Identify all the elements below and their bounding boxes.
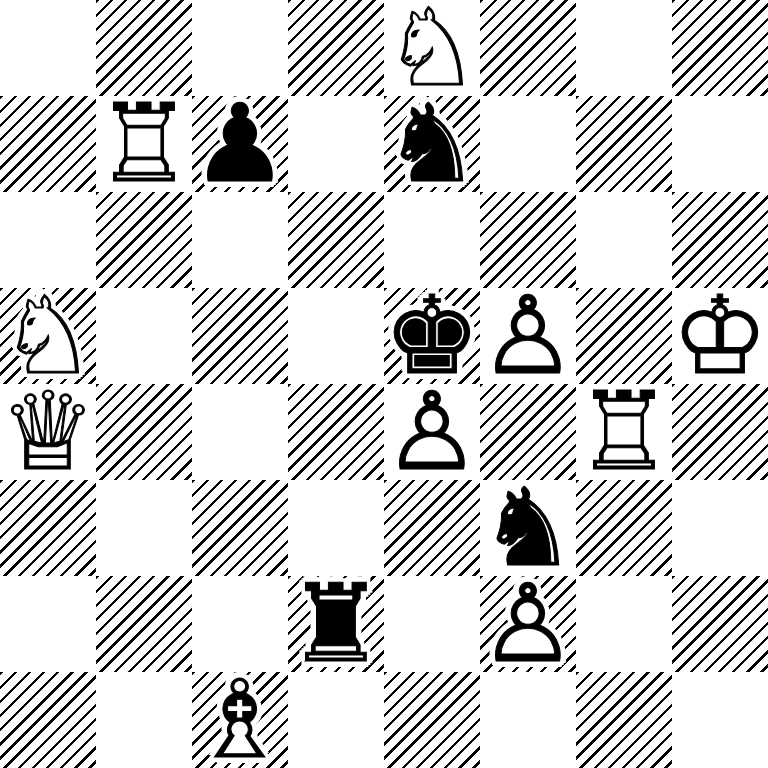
square-g2[interactable]	[576, 576, 672, 672]
square-b4[interactable]	[96, 384, 192, 480]
square-h1[interactable]	[672, 672, 768, 768]
square-d6[interactable]	[288, 192, 384, 288]
square-h5[interactable]: ♚♔	[672, 288, 768, 384]
square-f5[interactable]: ♟♙	[480, 288, 576, 384]
square-c1[interactable]: ♝♗	[192, 672, 288, 768]
square-b6[interactable]	[96, 192, 192, 288]
piece-black-knight: ♞♞	[384, 96, 480, 192]
piece-white-pawn: ♟♙	[480, 576, 576, 672]
square-g1[interactable]	[576, 672, 672, 768]
square-g3[interactable]	[576, 480, 672, 576]
piece-glyph: ♙	[384, 384, 480, 480]
piece-glyph: ♖	[576, 384, 672, 480]
square-a4[interactable]: ♛♕	[0, 384, 96, 480]
square-b5[interactable]	[96, 288, 192, 384]
square-a2[interactable]	[0, 576, 96, 672]
chess-diagram: ♞♘♜♖♟♟♞♞♞♘♚♚♟♙♚♔♛♕♟♙♜♖♞♞♜♜♟♙♝♗	[0, 0, 768, 768]
piece-black-pawn: ♟♟	[192, 96, 288, 192]
square-g6[interactable]	[576, 192, 672, 288]
square-e1[interactable]	[384, 672, 480, 768]
piece-glyph: ♗	[192, 672, 288, 768]
square-h7[interactable]	[672, 96, 768, 192]
piece-white-pawn: ♟♙	[480, 288, 576, 384]
square-d4[interactable]	[288, 384, 384, 480]
square-a1[interactable]	[0, 672, 96, 768]
square-g8[interactable]	[576, 0, 672, 96]
square-h3[interactable]	[672, 480, 768, 576]
square-a3[interactable]	[0, 480, 96, 576]
square-c4[interactable]	[192, 384, 288, 480]
piece-white-bishop: ♝♗	[192, 672, 288, 768]
square-d1[interactable]	[288, 672, 384, 768]
square-b1[interactable]	[96, 672, 192, 768]
square-g7[interactable]	[576, 96, 672, 192]
piece-glyph: ♙	[480, 288, 576, 384]
square-h2[interactable]	[672, 576, 768, 672]
piece-glyph: ♔	[672, 288, 768, 384]
square-a7[interactable]	[0, 96, 96, 192]
square-b3[interactable]	[96, 480, 192, 576]
piece-glyph: ♕	[0, 384, 96, 480]
square-f7[interactable]	[480, 96, 576, 192]
square-b2[interactable]	[96, 576, 192, 672]
square-e3[interactable]	[384, 480, 480, 576]
square-c6[interactable]	[192, 192, 288, 288]
piece-white-rook: ♜♖	[96, 96, 192, 192]
piece-white-rook: ♜♖	[576, 384, 672, 480]
square-h8[interactable]	[672, 0, 768, 96]
square-a8[interactable]	[0, 0, 96, 96]
square-d7[interactable]	[288, 96, 384, 192]
square-e2[interactable]	[384, 576, 480, 672]
square-e4[interactable]: ♟♙	[384, 384, 480, 480]
square-f2[interactable]: ♟♙	[480, 576, 576, 672]
piece-glyph: ♜	[288, 576, 384, 672]
square-d5[interactable]	[288, 288, 384, 384]
piece-white-queen: ♛♕	[0, 384, 96, 480]
square-c7[interactable]: ♟♟	[192, 96, 288, 192]
square-g4[interactable]: ♜♖	[576, 384, 672, 480]
piece-glyph: ♙	[480, 576, 576, 672]
square-d8[interactable]	[288, 0, 384, 96]
square-c5[interactable]	[192, 288, 288, 384]
square-f8[interactable]	[480, 0, 576, 96]
chess-board: ♞♘♜♖♟♟♞♞♞♘♚♚♟♙♚♔♛♕♟♙♜♖♞♞♜♜♟♙♝♗	[0, 0, 768, 768]
piece-glyph: ♞	[384, 96, 480, 192]
square-c3[interactable]	[192, 480, 288, 576]
square-e7[interactable]: ♞♞	[384, 96, 480, 192]
piece-glyph: ♟	[192, 96, 288, 192]
piece-black-rook: ♜♜	[288, 576, 384, 672]
piece-white-pawn: ♟♙	[384, 384, 480, 480]
square-b7[interactable]: ♜♖	[96, 96, 192, 192]
piece-white-king: ♚♔	[672, 288, 768, 384]
piece-glyph: ♖	[96, 96, 192, 192]
square-f1[interactable]	[480, 672, 576, 768]
square-d2[interactable]: ♜♜	[288, 576, 384, 672]
square-h4[interactable]	[672, 384, 768, 480]
